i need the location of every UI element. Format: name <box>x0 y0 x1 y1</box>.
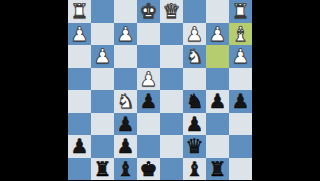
square-a5[interactable]: ♟ <box>229 90 252 113</box>
square-e8[interactable]: ♚ <box>137 158 160 181</box>
piece-black-pawn: ♟ <box>71 136 89 156</box>
square-a8[interactable] <box>229 158 252 181</box>
square-c3[interactable]: ♞ <box>183 45 206 68</box>
square-c6[interactable]: ♟ <box>183 113 206 136</box>
piece-white-pawn: ♟ <box>209 23 227 43</box>
square-c8[interactable]: ♝ <box>183 158 206 181</box>
piece-black-rook: ♜ <box>94 158 112 178</box>
piece-white-rook: ♜ <box>71 1 89 21</box>
square-h6[interactable] <box>68 113 91 136</box>
square-h3[interactable] <box>68 45 91 68</box>
square-d2[interactable] <box>160 23 183 46</box>
square-g2[interactable] <box>91 23 114 46</box>
piece-black-pawn: ♟ <box>232 91 250 111</box>
piece-black-rook: ♜ <box>209 158 227 178</box>
square-g7[interactable] <box>91 135 114 158</box>
square-a6[interactable] <box>229 113 252 136</box>
piece-black-bishop: ♝ <box>117 158 135 178</box>
piece-black-bishop: ♝ <box>186 158 204 178</box>
piece-black-pawn: ♟ <box>117 136 135 156</box>
square-f8[interactable]: ♝ <box>114 158 137 181</box>
piece-white-bishop: ♝ <box>232 23 250 43</box>
square-h8[interactable] <box>68 158 91 181</box>
square-c5[interactable]: ♞ <box>183 90 206 113</box>
piece-black-king: ♚ <box>140 158 158 178</box>
square-e2[interactable] <box>137 23 160 46</box>
square-h1[interactable]: ♜ <box>68 0 91 23</box>
square-f3[interactable] <box>114 45 137 68</box>
piece-black-knight: ♞ <box>186 91 204 111</box>
square-a1[interactable]: ♜ <box>229 0 252 23</box>
square-f7[interactable]: ♟ <box>114 135 137 158</box>
letterbox-right <box>252 0 320 180</box>
square-f4[interactable] <box>114 68 137 91</box>
square-c2[interactable]: ♟ <box>183 23 206 46</box>
piece-white-pawn: ♟ <box>186 23 204 43</box>
square-h2[interactable]: ♟ <box>68 23 91 46</box>
square-b6[interactable] <box>206 113 229 136</box>
piece-white-pawn: ♟ <box>117 23 135 43</box>
square-f6[interactable]: ♟ <box>114 113 137 136</box>
square-e6[interactable] <box>137 113 160 136</box>
piece-white-knight: ♞ <box>186 46 204 66</box>
screenshot-stage: ♜♚♛♜♟♟♟♟♝♟♞♟♟♞♟♞♟♟♟♟♟♟♛♜♝♚♝♜ <box>0 0 320 180</box>
square-e5[interactable]: ♟ <box>137 90 160 113</box>
piece-black-pawn: ♟ <box>117 113 135 133</box>
square-e4[interactable]: ♟ <box>137 68 160 91</box>
square-d8[interactable] <box>160 158 183 181</box>
square-a4[interactable] <box>229 68 252 91</box>
piece-black-pawn: ♟ <box>209 91 227 111</box>
piece-white-pawn: ♟ <box>232 46 250 66</box>
square-c4[interactable] <box>183 68 206 91</box>
square-a2[interactable]: ♝ <box>229 23 252 46</box>
piece-white-pawn: ♟ <box>71 23 89 43</box>
square-g3[interactable]: ♟ <box>91 45 114 68</box>
square-b5[interactable]: ♟ <box>206 90 229 113</box>
square-d4[interactable] <box>160 68 183 91</box>
square-f2[interactable]: ♟ <box>114 23 137 46</box>
square-g1[interactable] <box>91 0 114 23</box>
square-g4[interactable] <box>91 68 114 91</box>
square-d3[interactable] <box>160 45 183 68</box>
square-d7[interactable] <box>160 135 183 158</box>
piece-white-pawn: ♟ <box>140 68 158 88</box>
square-b1[interactable] <box>206 0 229 23</box>
piece-white-knight: ♞ <box>117 91 135 111</box>
square-b7[interactable] <box>206 135 229 158</box>
square-e3[interactable] <box>137 45 160 68</box>
square-h4[interactable] <box>68 68 91 91</box>
square-e7[interactable] <box>137 135 160 158</box>
square-h5[interactable] <box>68 90 91 113</box>
piece-white-queen: ♛ <box>163 1 181 21</box>
square-b3[interactable] <box>206 45 229 68</box>
square-b2[interactable]: ♟ <box>206 23 229 46</box>
square-a3[interactable]: ♟ <box>229 45 252 68</box>
piece-black-pawn: ♟ <box>140 91 158 111</box>
chess-board: ♜♚♛♜♟♟♟♟♝♟♞♟♟♞♟♞♟♟♟♟♟♟♛♜♝♚♝♜ <box>68 0 252 180</box>
square-c1[interactable] <box>183 0 206 23</box>
piece-white-pawn: ♟ <box>94 46 112 66</box>
square-h7[interactable]: ♟ <box>68 135 91 158</box>
piece-black-queen: ♛ <box>186 136 204 156</box>
square-d6[interactable] <box>160 113 183 136</box>
square-b8[interactable]: ♜ <box>206 158 229 181</box>
piece-white-king: ♚ <box>140 1 158 21</box>
square-c7[interactable]: ♛ <box>183 135 206 158</box>
square-d1[interactable]: ♛ <box>160 0 183 23</box>
square-e1[interactable]: ♚ <box>137 0 160 23</box>
piece-black-pawn: ♟ <box>186 113 204 133</box>
piece-white-rook: ♜ <box>232 1 250 21</box>
square-d5[interactable] <box>160 90 183 113</box>
square-f1[interactable] <box>114 0 137 23</box>
square-g5[interactable] <box>91 90 114 113</box>
letterbox-left <box>0 0 68 180</box>
square-f5[interactable]: ♞ <box>114 90 137 113</box>
square-g8[interactable]: ♜ <box>91 158 114 181</box>
square-g6[interactable] <box>91 113 114 136</box>
square-a7[interactable] <box>229 135 252 158</box>
square-b4[interactable] <box>206 68 229 91</box>
